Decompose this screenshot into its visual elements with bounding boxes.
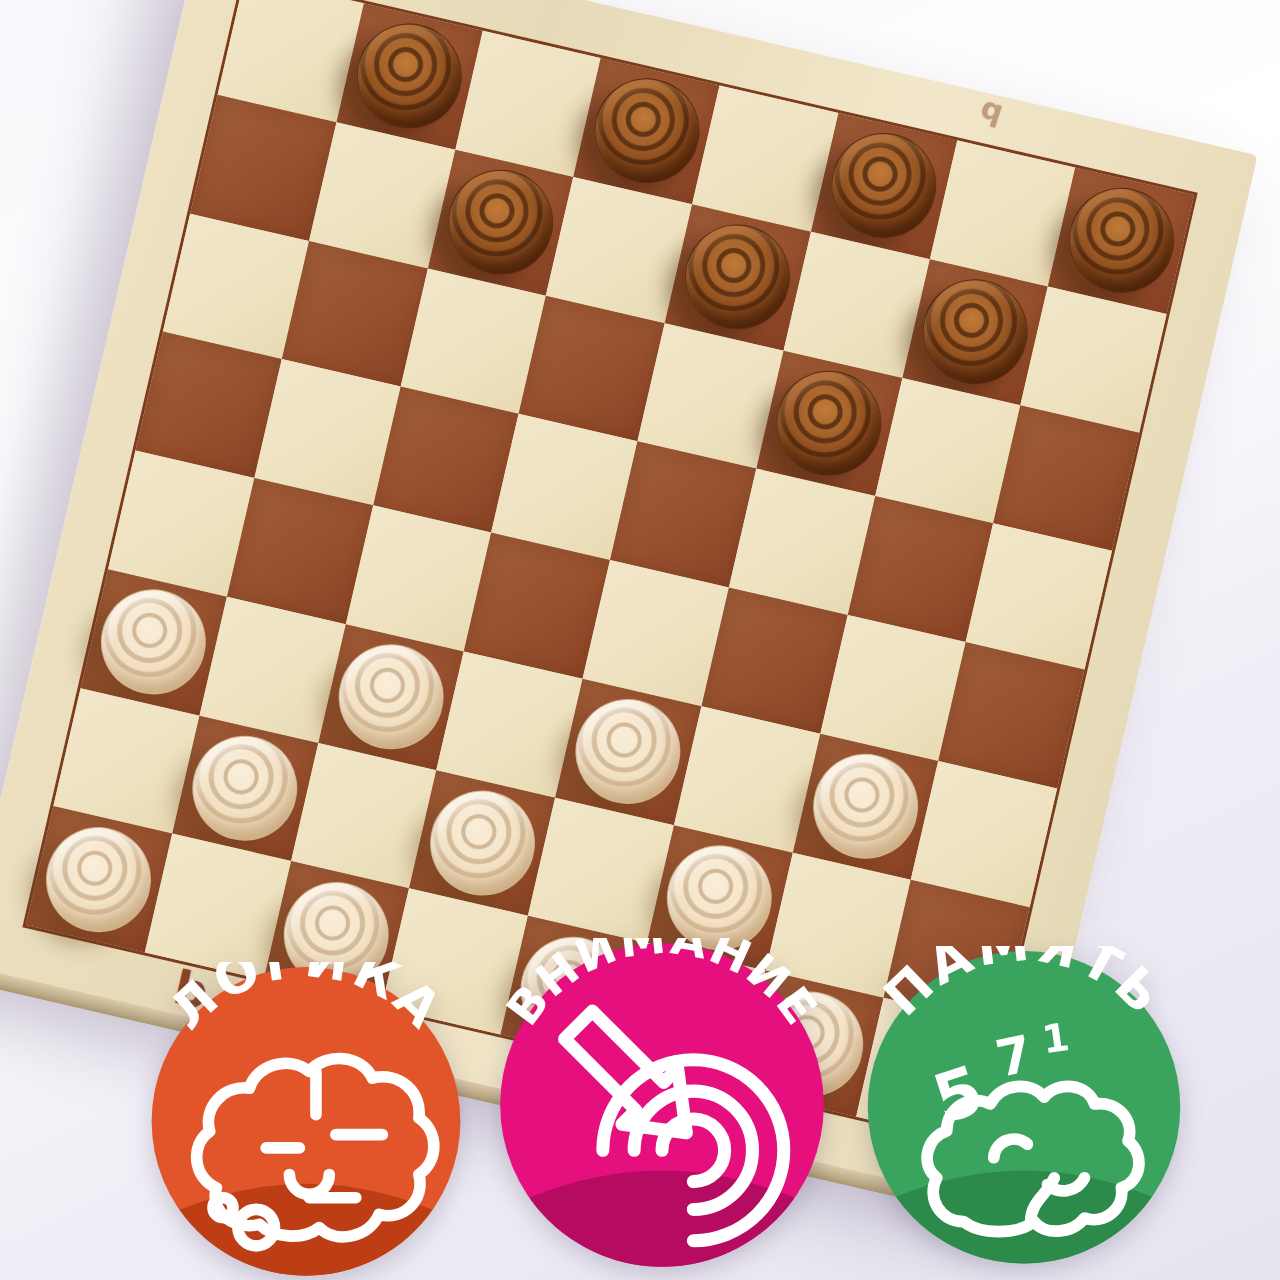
dark-checker-b8[interactable]	[346, 13, 472, 139]
logic-sticker: ЛОГИКА	[140, 962, 472, 1280]
dark-checker-f8[interactable]	[821, 123, 947, 249]
light-checker-c3[interactable]	[328, 634, 454, 760]
light-checker-d2[interactable]	[419, 780, 545, 906]
light-checker-a3[interactable]	[91, 579, 217, 705]
dark-checker-e7[interactable]	[675, 214, 801, 340]
dark-checker-g7[interactable]	[912, 269, 1038, 395]
memory-sticker: ПАМЯТЬ 5 7 1	[856, 946, 1192, 1280]
dark-checker-c7[interactable]	[438, 159, 564, 285]
dark-checker-d8[interactable]	[584, 68, 710, 194]
light-checker-b2[interactable]	[182, 725, 308, 851]
light-checker-a1[interactable]	[36, 816, 162, 942]
far-edge-faint-label: b	[975, 94, 1006, 134]
light-checker-g3[interactable]	[803, 743, 929, 869]
dark-checker-h8[interactable]	[1058, 178, 1184, 304]
dark-checker-f6[interactable]	[766, 360, 892, 486]
light-checker-e3[interactable]	[565, 689, 691, 815]
attention-sticker: ВНИМАНИЕ	[488, 938, 836, 1280]
